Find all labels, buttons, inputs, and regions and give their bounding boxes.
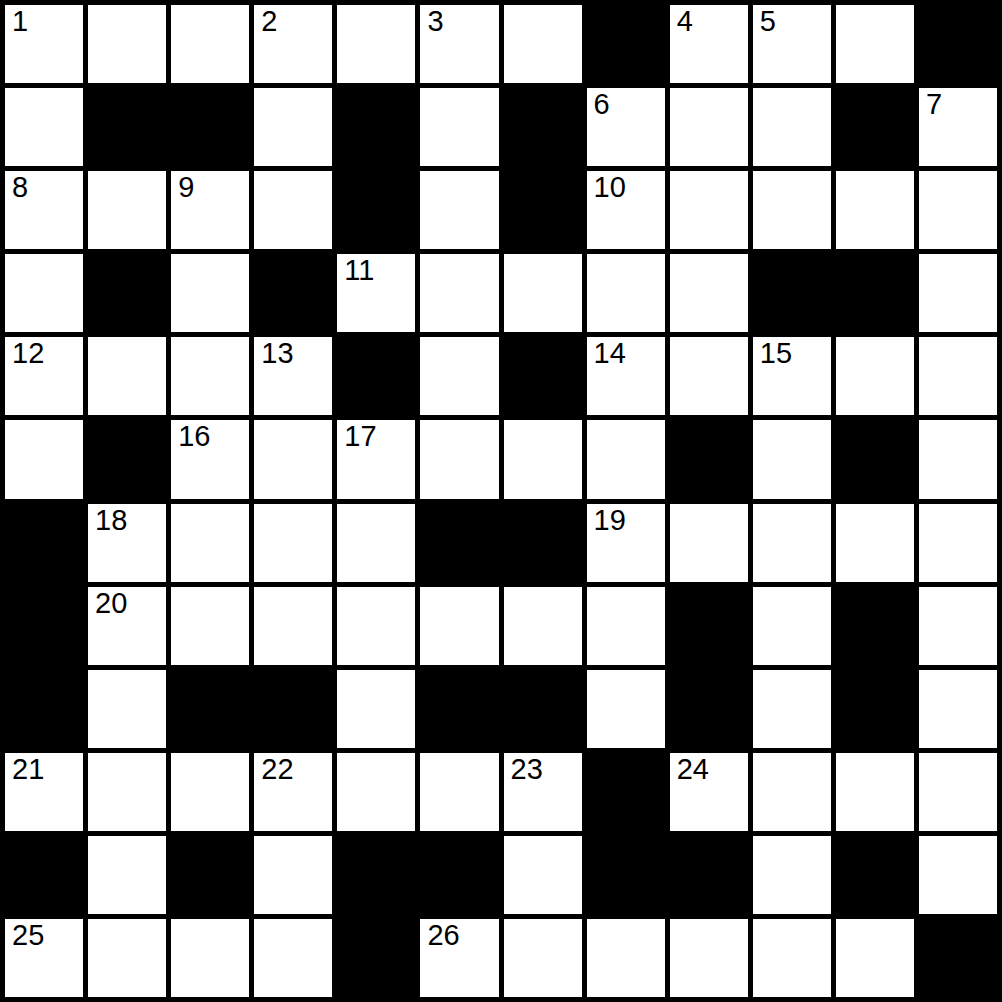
cell-r3c6[interactable] (504, 254, 582, 332)
cell-r0c6[interactable] (504, 5, 582, 83)
black-cell-r2c6 (504, 171, 582, 249)
clue-number-26: 26 (427, 921, 459, 950)
black-cell-r5c10 (836, 420, 914, 498)
cell-r4c1[interactable] (88, 337, 166, 415)
cell-r2c8[interactable] (670, 171, 748, 249)
clue-number-7: 7 (926, 90, 942, 119)
clue-number-10: 10 (594, 173, 626, 202)
clue-number-22: 22 (261, 755, 293, 784)
cell-r3c4[interactable]: 11 (337, 254, 415, 332)
black-cell-r3c3 (254, 254, 332, 332)
cell-r11c1[interactable] (88, 919, 166, 997)
cell-r2c0[interactable]: 8 (5, 171, 83, 249)
cell-r3c5[interactable] (420, 254, 498, 332)
cell-r4c11[interactable] (919, 337, 997, 415)
cell-r2c1[interactable] (88, 171, 166, 249)
black-cell-r1c10 (836, 88, 914, 166)
black-cell-r3c9 (753, 254, 831, 332)
cell-r5c0[interactable] (5, 420, 83, 498)
cell-r4c10[interactable] (836, 337, 914, 415)
black-cell-r3c1 (88, 254, 166, 332)
clue-number-9: 9 (178, 173, 194, 202)
cell-r11c8[interactable] (670, 919, 748, 997)
cell-r10c11[interactable] (919, 836, 997, 914)
cell-r9c3[interactable]: 22 (254, 753, 332, 831)
cell-r7c1[interactable]: 20 (88, 587, 166, 665)
cell-r10c3[interactable] (254, 836, 332, 914)
cell-r6c9[interactable] (753, 504, 831, 582)
cell-r5c5[interactable] (420, 420, 498, 498)
cell-r0c0[interactable]: 1 (5, 5, 83, 83)
cell-r11c2[interactable] (171, 919, 249, 997)
cell-r1c0[interactable] (5, 88, 83, 166)
cell-r0c3[interactable]: 2 (254, 5, 332, 83)
cell-r7c11[interactable] (919, 587, 997, 665)
black-cell-r6c0 (5, 504, 83, 582)
clue-number-19: 19 (594, 506, 626, 535)
cell-r2c9[interactable] (753, 171, 831, 249)
cell-r3c8[interactable] (670, 254, 748, 332)
cell-r2c10[interactable] (836, 171, 914, 249)
cell-r6c2[interactable] (171, 504, 249, 582)
cell-r6c11[interactable] (919, 504, 997, 582)
black-cell-r11c4 (337, 919, 415, 997)
cell-r9c9[interactable] (753, 753, 831, 831)
cell-r10c9[interactable] (753, 836, 831, 914)
black-cell-r10c5 (420, 836, 498, 914)
clue-number-17: 17 (344, 422, 376, 451)
cell-r4c5[interactable] (420, 337, 498, 415)
cell-r11c0[interactable]: 25 (5, 919, 83, 997)
cell-r6c7[interactable]: 19 (587, 504, 665, 582)
cell-r1c9[interactable] (753, 88, 831, 166)
cell-r0c2[interactable] (171, 5, 249, 83)
cell-r5c9[interactable] (753, 420, 831, 498)
cell-r8c1[interactable] (88, 670, 166, 748)
cell-r9c0[interactable]: 21 (5, 753, 83, 831)
black-cell-r8c8 (670, 670, 748, 748)
cell-r3c11[interactable] (919, 254, 997, 332)
cell-r3c7[interactable] (587, 254, 665, 332)
black-cell-r8c0 (5, 670, 83, 748)
cell-r11c7[interactable] (587, 919, 665, 997)
black-cell-r9c7 (587, 753, 665, 831)
cell-r5c4[interactable]: 17 (337, 420, 415, 498)
black-cell-r7c0 (5, 587, 83, 665)
cell-r6c10[interactable] (836, 504, 914, 582)
black-cell-r10c0 (5, 836, 83, 914)
black-cell-r1c6 (504, 88, 582, 166)
cell-r2c2[interactable]: 9 (171, 171, 249, 249)
cell-r5c7[interactable] (587, 420, 665, 498)
black-cell-r0c7 (587, 5, 665, 83)
cell-r9c8[interactable]: 24 (670, 753, 748, 831)
cell-r6c1[interactable]: 18 (88, 504, 166, 582)
black-cell-r1c4 (337, 88, 415, 166)
cell-r4c0[interactable]: 12 (5, 337, 83, 415)
black-cell-r10c10 (836, 836, 914, 914)
cell-r5c6[interactable] (504, 420, 582, 498)
black-cell-r8c5 (420, 670, 498, 748)
cell-r10c1[interactable] (88, 836, 166, 914)
cell-r11c3[interactable] (254, 919, 332, 997)
cell-r7c3[interactable] (254, 587, 332, 665)
cell-r2c7[interactable]: 10 (587, 171, 665, 249)
cell-r7c4[interactable] (337, 587, 415, 665)
black-cell-r10c4 (337, 836, 415, 914)
clue-number-6: 6 (594, 90, 610, 119)
cell-r0c10[interactable] (836, 5, 914, 83)
black-cell-r7c10 (836, 587, 914, 665)
cell-r6c3[interactable] (254, 504, 332, 582)
cell-r0c8[interactable]: 4 (670, 5, 748, 83)
clue-number-24: 24 (677, 755, 709, 784)
cell-r0c4[interactable] (337, 5, 415, 83)
clue-number-13: 13 (261, 339, 293, 368)
clue-number-20: 20 (95, 589, 127, 618)
cell-r7c2[interactable] (171, 587, 249, 665)
clue-number-16: 16 (178, 422, 210, 451)
cell-r9c6[interactable]: 23 (504, 753, 582, 831)
cell-r4c7[interactable]: 14 (587, 337, 665, 415)
black-cell-r3c10 (836, 254, 914, 332)
black-cell-r5c8 (670, 420, 748, 498)
clue-number-25: 25 (12, 921, 44, 950)
clue-number-21: 21 (12, 755, 44, 784)
cell-r0c9[interactable]: 5 (753, 5, 831, 83)
cell-r4c2[interactable] (171, 337, 249, 415)
black-cell-r2c4 (337, 171, 415, 249)
clue-number-23: 23 (511, 755, 543, 784)
black-cell-r10c8 (670, 836, 748, 914)
cell-r0c1[interactable] (88, 5, 166, 83)
cell-r11c9[interactable] (753, 919, 831, 997)
cell-r1c3[interactable] (254, 88, 332, 166)
cell-r8c4[interactable] (337, 670, 415, 748)
clue-number-2: 2 (261, 7, 277, 36)
cell-r2c3[interactable] (254, 171, 332, 249)
cell-r11c6[interactable] (504, 919, 582, 997)
black-cell-r4c6 (504, 337, 582, 415)
cell-r11c10[interactable] (836, 919, 914, 997)
cell-r7c5[interactable] (420, 587, 498, 665)
black-cell-r10c7 (587, 836, 665, 914)
black-cell-r1c1 (88, 88, 166, 166)
cell-r7c6[interactable] (504, 587, 582, 665)
clue-number-3: 3 (427, 7, 443, 36)
crossword-board: 1234567891011121314151617181920212223242… (0, 0, 1002, 1002)
cell-r10c6[interactable] (504, 836, 582, 914)
black-cell-r4c4 (337, 337, 415, 415)
clue-number-8: 8 (12, 173, 28, 202)
cell-r6c8[interactable] (670, 504, 748, 582)
cell-r5c3[interactable] (254, 420, 332, 498)
cell-r1c5[interactable] (420, 88, 498, 166)
black-cell-r11c11 (919, 919, 997, 997)
cell-r4c3[interactable]: 13 (254, 337, 332, 415)
clue-number-5: 5 (760, 7, 776, 36)
cell-r5c2[interactable]: 16 (171, 420, 249, 498)
clue-number-12: 12 (12, 339, 44, 368)
clue-number-4: 4 (677, 7, 693, 36)
black-cell-r1c2 (171, 88, 249, 166)
cell-r2c5[interactable] (420, 171, 498, 249)
black-cell-r10c2 (171, 836, 249, 914)
cell-r11c5[interactable]: 26 (420, 919, 498, 997)
cell-r1c7[interactable]: 6 (587, 88, 665, 166)
cell-r4c8[interactable] (670, 337, 748, 415)
cell-r9c11[interactable] (919, 753, 997, 831)
cell-r8c7[interactable] (587, 670, 665, 748)
cell-r5c11[interactable] (919, 420, 997, 498)
cell-r8c11[interactable] (919, 670, 997, 748)
clue-number-15: 15 (760, 339, 792, 368)
cell-r9c10[interactable] (836, 753, 914, 831)
black-cell-r6c5 (420, 504, 498, 582)
cell-r6c4[interactable] (337, 504, 415, 582)
cell-r9c2[interactable] (171, 753, 249, 831)
cell-r9c4[interactable] (337, 753, 415, 831)
black-cell-r8c6 (504, 670, 582, 748)
cell-r8c9[interactable] (753, 670, 831, 748)
clue-number-14: 14 (594, 339, 626, 368)
clue-number-18: 18 (95, 506, 127, 535)
cell-r7c9[interactable] (753, 587, 831, 665)
clue-number-11: 11 (344, 256, 374, 285)
cell-r7c7[interactable] (587, 587, 665, 665)
black-cell-r8c3 (254, 670, 332, 748)
black-cell-r5c1 (88, 420, 166, 498)
cell-r9c5[interactable] (420, 753, 498, 831)
cell-r3c2[interactable] (171, 254, 249, 332)
black-cell-r0c11 (919, 5, 997, 83)
cell-r0c5[interactable]: 3 (420, 5, 498, 83)
cell-r2c11[interactable] (919, 171, 997, 249)
cell-r3c0[interactable] (5, 254, 83, 332)
black-cell-r8c10 (836, 670, 914, 748)
cell-r1c8[interactable] (670, 88, 748, 166)
black-cell-r7c8 (670, 587, 748, 665)
black-cell-r6c6 (504, 504, 582, 582)
cell-r1c11[interactable]: 7 (919, 88, 997, 166)
clue-number-1: 1 (12, 7, 28, 36)
black-cell-r8c2 (171, 670, 249, 748)
cell-r9c1[interactable] (88, 753, 166, 831)
cell-r4c9[interactable]: 15 (753, 337, 831, 415)
